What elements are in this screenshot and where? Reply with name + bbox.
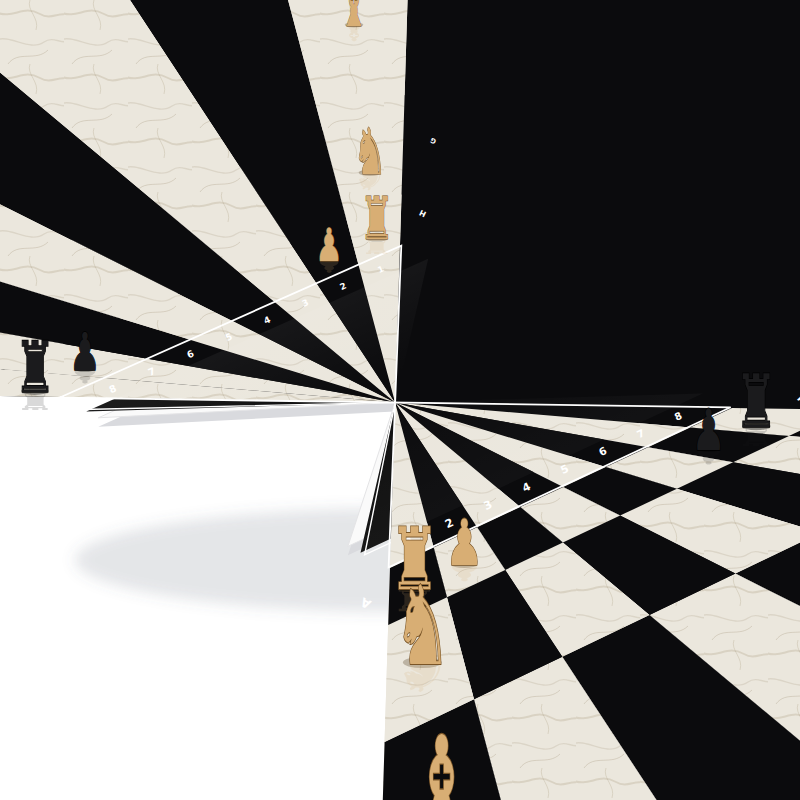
piece-black-rook-a8[interactable]: ♜♜ <box>735 359 778 450</box>
piece-glyph-h8: ♜ <box>14 327 55 409</box>
chessboard-svg: 87654321HGFEDCBAHGFEDCBA87654321♚♚♝♝♞♞♜♜… <box>0 0 800 800</box>
piece-glyph-a8: ♜ <box>735 359 778 445</box>
piece-black-pawn-a7[interactable]: ♟♟ <box>691 397 725 468</box>
piece-glyph-a7: ♟ <box>691 397 725 463</box>
piece-white-rook-h1[interactable]: ♜♜ <box>360 185 394 259</box>
piece-glyph-h2: ♟ <box>315 218 342 271</box>
piece-glyph-h1: ♜ <box>360 185 394 254</box>
chess-product-scene: 87654321HGFEDCBAHGFEDCBA87654321♚♚♝♝♞♞♜♜… <box>0 0 800 800</box>
piece-glyph-g1: ♞ <box>353 114 387 188</box>
piece-white-pawn-h2[interactable]: ♟♟ <box>315 218 342 275</box>
piece-white-knight-b1[interactable]: ♞♞ <box>393 561 451 699</box>
piece-glyph-c1: ♝ <box>407 704 476 800</box>
piece-glyph-h7: ♟ <box>69 322 100 382</box>
piece-glyph-f1: ♝ <box>340 0 368 40</box>
file-label-topright-B: B <box>346 678 362 696</box>
piece-black-pawn-h7[interactable]: ♟♟ <box>69 322 100 387</box>
piece-white-bishop-c1[interactable]: ♝♝ <box>407 704 476 800</box>
piece-white-bishop-f1[interactable]: ♝♝ <box>340 0 368 46</box>
piece-black-rook-h8[interactable]: ♜♜ <box>14 327 55 415</box>
piece-white-knight-g1[interactable]: ♞♞ <box>353 114 387 195</box>
piece-glyph-b1: ♞ <box>393 561 451 689</box>
